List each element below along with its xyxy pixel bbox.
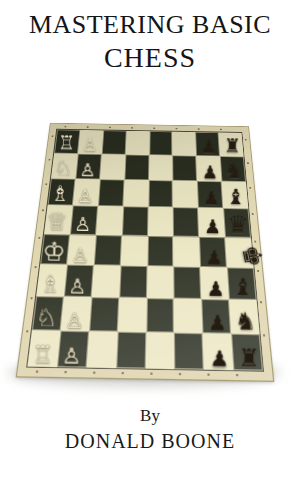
- black-queen: ♛: [223, 208, 251, 237]
- board-square: [174, 298, 203, 333]
- black-rook: ♜: [219, 132, 244, 156]
- board-square: [147, 236, 174, 267]
- board-square: [98, 180, 124, 207]
- board-square: [124, 155, 149, 181]
- board-square: [96, 206, 123, 235]
- board-square: [173, 236, 200, 267]
- book-title: MASTERING BASIC CHESS: [0, 8, 300, 75]
- black-bishop: ♝: [222, 182, 249, 209]
- board-square: [94, 235, 122, 266]
- white-bishop: ♗: [48, 179, 76, 206]
- chess-board: ♖♘♗♕♔♗♘♖♙♙♙♙♙♙♙♙♟♟♟♟♟♟♟♟♜♞♝♛♚♝♞♜: [17, 124, 273, 381]
- byline-prefix: By: [0, 405, 300, 427]
- author-name: DONALD BOONE: [0, 427, 300, 455]
- white-rook: ♖: [54, 130, 80, 154]
- white-rook: ♖: [27, 330, 60, 367]
- board-square: [174, 333, 204, 370]
- board-square: [122, 207, 148, 236]
- board-square: [145, 332, 174, 369]
- board-square: [86, 331, 117, 368]
- board-square: [146, 298, 174, 333]
- board-square: [148, 155, 172, 181]
- board-square: [173, 181, 198, 208]
- black-knight: ♞: [220, 156, 246, 182]
- board-photo: ♖♘♗♕♔♗♘♖♙♙♙♙♙♙♙♙♟♟♟♟♟♟♟♟♜♞♝♛♚♝♞♜: [0, 92, 300, 412]
- board-square: [100, 154, 126, 180]
- board-square: [172, 132, 196, 156]
- white-pawn: ♙: [78, 130, 104, 154]
- board-square: [123, 180, 149, 207]
- title-line-1: MASTERING BASIC: [0, 8, 300, 41]
- white-pawn: ♙: [57, 331, 89, 368]
- board-border: ♖♘♗♕♔♗♘♖♙♙♙♙♙♙♙♙♟♟♟♟♟♟♟♟♜♞♝♛♚♝♞♜: [17, 124, 273, 381]
- board-square: [148, 180, 173, 207]
- white-knight: ♘: [51, 153, 78, 179]
- board-square: [91, 265, 120, 298]
- board-square: [173, 208, 199, 237]
- book-cover: MASTERING BASIC CHESS ♖♘♗♕♔♗♘♖♙♙♙♙♙♙♙♙♟♟…: [0, 0, 300, 480]
- black-pawn: ♟: [196, 156, 221, 182]
- board-coordinate-marks-bottom: [36, 370, 255, 376]
- board-square: [174, 266, 202, 299]
- board-square: [146, 266, 174, 299]
- title-line-2: CHESS: [0, 41, 300, 75]
- board-square: [125, 131, 149, 155]
- board-square: [119, 265, 147, 298]
- board-square: [117, 297, 146, 332]
- board-square: [173, 156, 198, 182]
- black-pawn: ♟: [195, 132, 220, 156]
- board-square: [149, 131, 173, 155]
- board-square: [101, 130, 126, 154]
- byline: By DONALD BOONE: [0, 405, 300, 455]
- board-square: [120, 235, 147, 266]
- white-pawn: ♙: [70, 206, 98, 235]
- board-square: [116, 332, 146, 369]
- board-square: [89, 297, 119, 332]
- board-square: [148, 207, 174, 236]
